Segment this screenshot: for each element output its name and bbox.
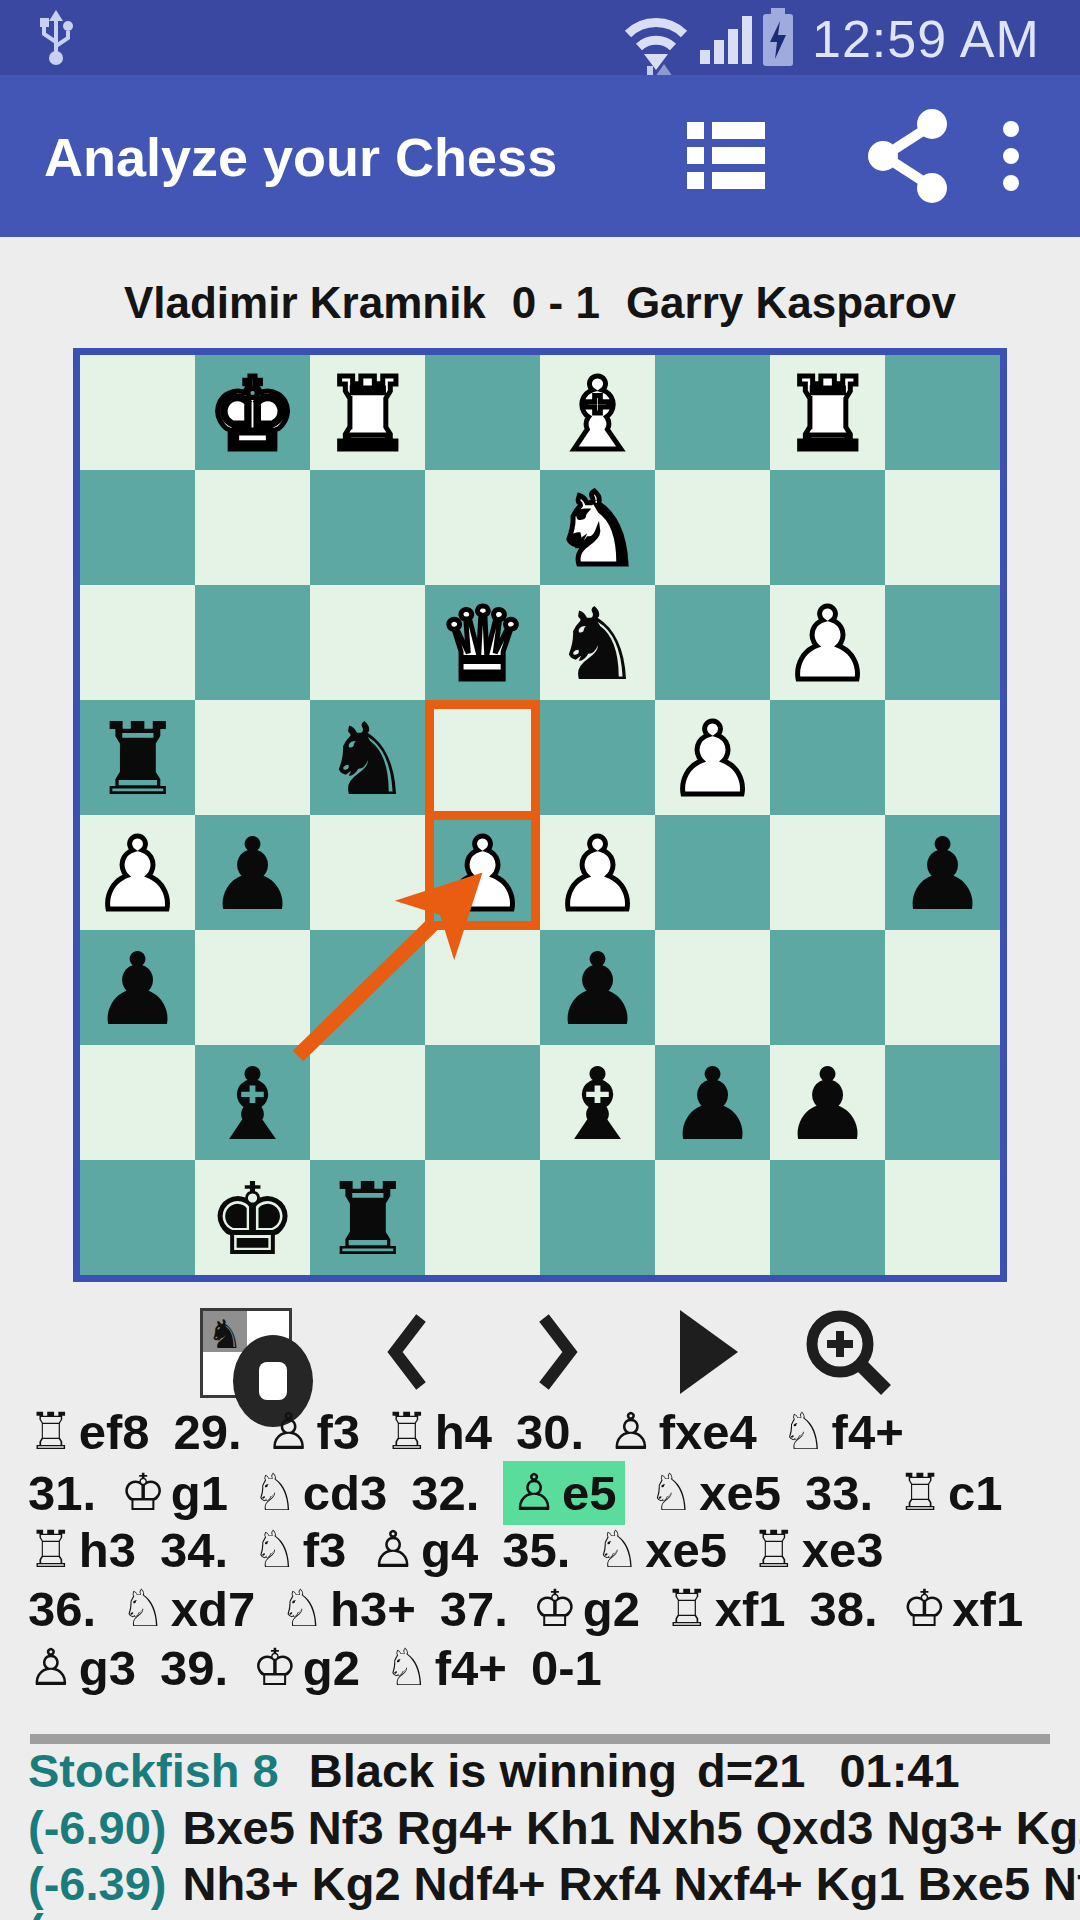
square-f4[interactable]: ♞	[310, 700, 425, 815]
square-f5[interactable]	[310, 815, 425, 930]
piece-white-knight: ♞	[540, 470, 655, 585]
move-number: 38.	[809, 1580, 877, 1639]
square-d6[interactable]: ♟	[540, 930, 655, 1045]
piece-black-pawn: ♟	[655, 1045, 770, 1160]
square-d4[interactable]	[540, 700, 655, 815]
square-h6[interactable]: ♟	[80, 930, 195, 1045]
square-c5[interactable]	[655, 815, 770, 930]
piece-black-rook: ♜	[310, 1160, 425, 1275]
piece-black-rook: ♜	[80, 700, 195, 815]
piece-white-bishop: ♝	[540, 355, 655, 470]
square-b3[interactable]: ♟	[770, 585, 885, 700]
engine-line-partial: (-	[28, 1902, 1080, 1920]
piece-figurine: ♖	[897, 1463, 943, 1522]
move-token[interactable]: ♙g3	[28, 1638, 136, 1698]
piece-figurine: ♔	[252, 1638, 298, 1697]
piece-figurine: ♔	[120, 1463, 166, 1522]
piece-white-pawn: ♟	[770, 585, 885, 700]
app-bar: Analyze your Chess	[0, 75, 1080, 237]
square-g3[interactable]	[195, 585, 310, 700]
move-number: 33.	[805, 1464, 873, 1523]
piece-white-pawn: ♟	[655, 700, 770, 815]
chess-board[interactable]: ♚♜♝♜♞♛♞♟♜♞♟♟♟♟♟♟♟♟♝♝♟♟♚♜	[73, 348, 1007, 1282]
move-token[interactable]: ♘xd7	[120, 1579, 255, 1639]
square-b7[interactable]: ♟	[770, 1045, 885, 1160]
overflow-menu-button[interactable]	[995, 75, 1027, 237]
engine-moves: Bxe5 Nf3 Rg4+ Kh1 Nxh5 Qxd3 Ng3+ Kg2 N	[182, 1801, 1080, 1854]
square-f2[interactable]	[310, 470, 425, 585]
move-number: 37.	[440, 1580, 508, 1639]
move-token[interactable]: ♙g4	[370, 1520, 478, 1580]
square-c1[interactable]	[655, 355, 770, 470]
result: 0 - 1	[512, 278, 600, 327]
square-d8[interactable]	[540, 1160, 655, 1275]
move-token[interactable]: ♙fxe4	[608, 1402, 757, 1462]
move-token[interactable]: ♙f3	[266, 1402, 360, 1462]
move-list: ♖ef829.♙f3♖h430.♙fxe4♘f4+31.♔g1♘cd332.♙e…	[0, 1402, 1080, 1697]
engine-eval: (-	[28, 1904, 59, 1920]
square-f8[interactable]: ♜	[310, 1160, 425, 1275]
move-number: 36.	[28, 1580, 96, 1639]
piece-figurine: ♘	[252, 1463, 298, 1522]
square-g7[interactable]: ♝	[195, 1045, 310, 1160]
square-a7[interactable]	[885, 1045, 1000, 1160]
zoom-in-button[interactable]	[800, 1304, 896, 1402]
piece-figurine: ♙	[511, 1463, 557, 1522]
status-bar: 12:59 AM	[0, 0, 1080, 75]
move-token[interactable]: ♖xe3	[751, 1520, 884, 1580]
piece-figurine: ♔	[902, 1579, 948, 1638]
square-e8[interactable]	[425, 1160, 540, 1275]
board-grid: ♚♜♝♜♞♛♞♟♜♞♟♟♟♟♟♟♟♟♝♝♟♟♚♜	[80, 355, 1000, 1275]
move-token[interactable]: ♘xe5	[594, 1520, 727, 1580]
piece-black-pawn: ♟	[195, 815, 310, 930]
square-b6[interactable]	[770, 930, 885, 1045]
move-token[interactable]: ♘f4+	[384, 1638, 507, 1698]
piece-black-bishop: ♝	[195, 1045, 310, 1160]
square-h1[interactable]	[80, 355, 195, 470]
piece-figurine: ♘	[120, 1579, 166, 1638]
piece-figurine: ♖	[751, 1520, 797, 1579]
piece-black-king: ♚	[195, 1160, 310, 1275]
move-number: 31.	[28, 1464, 96, 1523]
signal-icon	[700, 16, 754, 64]
move-token[interactable]: ♔g1	[120, 1463, 228, 1523]
square-a5[interactable]: ♟	[885, 815, 1000, 930]
move-line: ♙g339.♔g2♘f4+0-1	[28, 1638, 1080, 1697]
piece-figurine: ♙	[28, 1638, 74, 1697]
white-player: Vladimir Kramnik	[124, 278, 486, 327]
battery-charging-icon	[758, 8, 798, 66]
move-number: 30.	[516, 1403, 584, 1462]
square-a4[interactable]	[885, 700, 1000, 815]
piece-figurine: ♙	[370, 1520, 416, 1579]
move-line: ♖h334.♘f3♙g435.♘xe5♖xe3	[28, 1520, 1080, 1579]
piece-white-rook: ♜	[310, 355, 425, 470]
move-token[interactable]: ♔g2	[252, 1638, 360, 1698]
square-e4[interactable]	[425, 700, 540, 815]
piece-figurine: ♘	[279, 1579, 325, 1638]
square-d1[interactable]: ♝	[540, 355, 655, 470]
square-d2[interactable]: ♞	[540, 470, 655, 585]
square-h4[interactable]: ♜	[80, 700, 195, 815]
piece-figurine: ♘	[781, 1402, 827, 1461]
square-d5[interactable]: ♟	[540, 815, 655, 930]
piece-black-knight: ♞	[310, 700, 425, 815]
piece-figurine: ♖	[28, 1402, 74, 1461]
engine-time: 01:41	[839, 1744, 959, 1797]
app-title: Analyze your Chess	[44, 75, 557, 237]
square-a2[interactable]	[885, 470, 1000, 585]
engine-depth: d=21	[697, 1744, 805, 1797]
square-e2[interactable]	[425, 470, 540, 585]
square-d3[interactable]: ♞	[540, 585, 655, 700]
move-line: ♖ef829.♙f3♖h430.♙fxe4♘f4+	[28, 1402, 1080, 1461]
square-g6[interactable]	[195, 930, 310, 1045]
piece-white-king: ♚	[195, 355, 310, 470]
square-a3[interactable]	[885, 585, 1000, 700]
piece-black-bishop: ♝	[540, 1045, 655, 1160]
piece-black-pawn: ♟	[540, 930, 655, 1045]
piece-figurine: ♙	[608, 1402, 654, 1461]
piece-black-pawn: ♟	[80, 930, 195, 1045]
piece-figurine: ♘	[649, 1463, 695, 1522]
engine-eval: (-6.90)	[28, 1801, 166, 1854]
square-f3[interactable]	[310, 585, 425, 700]
usb-icon	[36, 10, 76, 66]
next-move-button[interactable]	[536, 1312, 580, 1392]
square-c8[interactable]	[655, 1160, 770, 1275]
move-token[interactable]: ♖xf1	[664, 1579, 786, 1639]
previous-move-button[interactable]	[385, 1312, 429, 1392]
engine-assessment: Black is winning	[309, 1744, 677, 1797]
square-h2[interactable]	[80, 470, 195, 585]
move-token[interactable]: ♘xe5	[649, 1463, 782, 1523]
square-h8[interactable]	[80, 1160, 195, 1275]
piece-white-pawn: ♟	[425, 815, 540, 930]
piece-white-rook: ♜	[770, 355, 885, 470]
move-token[interactable]: ♔xf1	[902, 1579, 1024, 1639]
square-a1[interactable]	[885, 355, 1000, 470]
move-token[interactable]: ♖c1	[897, 1463, 1002, 1523]
square-g8[interactable]: ♚	[195, 1160, 310, 1275]
move-token[interactable]: ♖h3	[28, 1520, 136, 1580]
square-e3[interactable]: ♛	[425, 585, 540, 700]
square-g4[interactable]	[195, 700, 310, 815]
knight-icon: ♞	[203, 1311, 247, 1352]
piece-black-pawn: ♟	[770, 1045, 885, 1160]
square-h3[interactable]	[80, 585, 195, 700]
square-e1[interactable]	[425, 355, 540, 470]
piece-figurine: ♘	[384, 1638, 430, 1697]
square-h5[interactable]: ♟	[80, 815, 195, 930]
move-token[interactable]: ♘h3+	[279, 1579, 416, 1639]
piece-figurine: ♖	[664, 1579, 710, 1638]
engine-line[interactable]: (-6.90)Bxe5 Nf3 Rg4+ Kh1 Nxh5 Qxd3 Ng3+ …	[28, 1799, 1080, 1856]
square-e5[interactable]: ♟	[425, 815, 540, 930]
move-token[interactable]: ♙e5	[503, 1461, 624, 1525]
square-g5[interactable]: ♟	[195, 815, 310, 930]
square-c6[interactable]	[655, 930, 770, 1045]
piece-figurine: ♙	[266, 1402, 312, 1461]
square-b5[interactable]	[770, 815, 885, 930]
piece-figurine: ♘	[594, 1520, 640, 1579]
share-button[interactable]	[862, 75, 954, 237]
square-c3[interactable]	[655, 585, 770, 700]
move-token[interactable]: ♘cd3	[252, 1463, 387, 1523]
move-number: 35.	[502, 1521, 570, 1580]
move-token[interactable]: ♔g2	[532, 1579, 640, 1639]
square-a6[interactable]	[885, 930, 1000, 1045]
move-number: 34.	[160, 1521, 228, 1580]
move-number: 39.	[160, 1639, 228, 1698]
black-player: Garry Kasparov	[626, 278, 956, 327]
square-h7[interactable]	[80, 1045, 195, 1160]
square-e7[interactable]	[425, 1045, 540, 1160]
square-f7[interactable]	[310, 1045, 425, 1160]
overflow-icon	[1002, 120, 1020, 192]
piece-white-pawn: ♟	[540, 815, 655, 930]
square-b2[interactable]	[770, 470, 885, 585]
move-token[interactable]: ♖ef8	[28, 1402, 150, 1462]
engine-header[interactable]: Stockfish 8Black is winningd=2101:41	[28, 1742, 1080, 1799]
square-e6[interactable]	[425, 930, 540, 1045]
square-d7[interactable]: ♝	[540, 1045, 655, 1160]
square-a8[interactable]	[885, 1160, 1000, 1275]
square-b8[interactable]	[770, 1160, 885, 1275]
move-line: 36.♘xd7♘h3+37.♔g2♖xf138.♔xf1	[28, 1579, 1080, 1638]
play-button[interactable]	[678, 1308, 740, 1396]
move-number: 32.	[411, 1464, 479, 1523]
move-token[interactable]: ♖h4	[384, 1402, 492, 1462]
move-token[interactable]: ♘f4+	[781, 1402, 904, 1462]
piece-figurine: ♘	[252, 1520, 298, 1579]
move-number: 29.	[174, 1403, 242, 1462]
square-g1[interactable]: ♚	[195, 355, 310, 470]
move-number: 0-1	[531, 1639, 602, 1698]
square-b1[interactable]: ♜	[770, 355, 885, 470]
square-c2[interactable]	[655, 470, 770, 585]
piece-figurine: ♖	[384, 1402, 430, 1461]
piece-figurine: ♖	[28, 1520, 74, 1579]
piece-black-pawn: ♟	[885, 815, 1000, 930]
move-line: 31.♔g1♘cd332.♙e5♘xe533.♖c1	[28, 1461, 1080, 1520]
piece-black-knight: ♞	[540, 585, 655, 700]
clock: 12:59 AM	[812, 0, 1040, 75]
move-list-button[interactable]	[686, 75, 766, 237]
piece-figurine: ♔	[532, 1579, 578, 1638]
square-b4[interactable]	[770, 700, 885, 815]
square-f6[interactable]	[310, 930, 425, 1045]
square-c4[interactable]: ♟	[655, 700, 770, 815]
engine-name: Stockfish 8	[28, 1744, 279, 1797]
move-token[interactable]: ♘f3	[252, 1520, 346, 1580]
share-icon	[862, 107, 954, 205]
square-g2[interactable]	[195, 470, 310, 585]
piece-white-pawn: ♟	[80, 815, 195, 930]
list-icon	[687, 122, 765, 190]
square-f1[interactable]: ♜	[310, 355, 425, 470]
setup-position-button[interactable]: ♞	[200, 1308, 292, 1398]
piece-white-queen: ♛	[425, 585, 540, 700]
square-c7[interactable]: ♟	[655, 1045, 770, 1160]
game-header: Vladimir Kramnik0 - 1Garry Kasparov	[0, 278, 1080, 328]
